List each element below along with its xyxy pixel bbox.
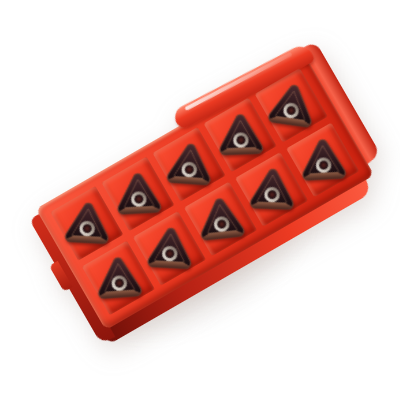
triangular-insert-icon [113, 171, 162, 216]
triangular-insert-icon [247, 167, 295, 212]
triangular-insert-icon [298, 137, 347, 182]
triangular-insert-icon [145, 226, 194, 271]
triangular-insert-icon [93, 255, 143, 301]
triangular-insert-icon [265, 81, 318, 130]
triangular-insert-icon [164, 141, 214, 187]
triangular-insert-icon [62, 201, 111, 246]
triangular-insert-icon [195, 195, 246, 243]
triangular-insert-icon [216, 112, 264, 157]
red-insert-case [36, 54, 374, 330]
product-photo [0, 0, 400, 400]
